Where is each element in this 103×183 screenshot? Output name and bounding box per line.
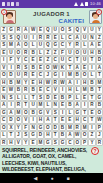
- grid-cell[interactable]: B: [96, 101, 103, 109]
- grid-cell[interactable]: C: [44, 86, 51, 94]
- grid-cell[interactable]: C: [37, 71, 44, 79]
- grid-cell[interactable]: E: [0, 86, 7, 94]
- grid-cell[interactable]: E: [52, 94, 59, 102]
- opponent-name: CAKITEI: [15, 18, 88, 24]
- grid-cell[interactable]: C: [0, 116, 7, 124]
- grid-cell[interactable]: M: [37, 101, 44, 109]
- notification-icon: [2, 2, 5, 6]
- grid-cell[interactable]: B: [29, 49, 36, 57]
- grid-cell[interactable]: H: [44, 131, 51, 139]
- grid-cell[interactable]: B: [15, 86, 22, 94]
- grid-cell[interactable]: G: [52, 71, 59, 79]
- grid-cell[interactable]: S: [22, 64, 29, 72]
- grid-cell[interactable]: R: [22, 86, 29, 94]
- grid-cell[interactable]: Z: [88, 131, 95, 139]
- grid-cell[interactable]: O: [81, 71, 88, 79]
- grid-cell[interactable]: Y: [66, 41, 73, 49]
- signal-icon: [74, 2, 78, 6]
- grid-cell[interactable]: B: [59, 124, 66, 132]
- grid-cell[interactable]: S: [0, 41, 7, 49]
- grid-cell[interactable]: O: [59, 26, 66, 34]
- grid-cell[interactable]: T: [88, 116, 95, 124]
- grid-cell[interactable]: O: [0, 124, 7, 132]
- grid-cell[interactable]: E: [96, 41, 103, 49]
- wifi-icon: [80, 2, 84, 6]
- grid-cell[interactable]: G: [37, 109, 44, 117]
- grid-cell[interactable]: G: [96, 94, 103, 102]
- grid-cell[interactable]: L: [74, 86, 81, 94]
- word-list-line: WILDEBEEST, ELEPHANT, BELUGA,: [2, 166, 101, 172]
- grid-cell[interactable]: A: [74, 101, 81, 109]
- title-block: JUGADOR 1 CAKITEI: [15, 11, 88, 24]
- grid-cell[interactable]: C: [66, 34, 73, 42]
- grid-cell[interactable]: D: [44, 94, 51, 102]
- grid-cell[interactable]: R: [74, 41, 81, 49]
- grid-cell[interactable]: G: [37, 124, 44, 132]
- word-list: ? SQUIRREL, REINDEER, ANCHOVIES, ALLIGAT…: [0, 146, 103, 173]
- recents-button[interactable]: ■: [66, 176, 69, 181]
- grid-cell[interactable]: D: [7, 71, 14, 79]
- grid-cell[interactable]: N: [88, 34, 95, 42]
- grid-cell[interactable]: M: [15, 79, 22, 87]
- avatar-face: [7, 14, 12, 19]
- grid-cell[interactable]: H: [88, 49, 95, 57]
- android-nav-bar: ◀ ● ■: [0, 173, 103, 183]
- grid-cell[interactable]: V: [81, 26, 88, 34]
- grid-cell[interactable]: A: [96, 64, 103, 72]
- word-search-app: 10:46 1 JUGADOR 1 CAKITEI 0 ZGRAWEQUOSQV: [0, 0, 103, 183]
- grid-cell[interactable]: U: [59, 56, 66, 64]
- player1-score-badge: 1: [1, 9, 7, 15]
- grid-cell[interactable]: W: [74, 131, 81, 139]
- grid-cell[interactable]: R: [15, 26, 22, 34]
- grid-cell[interactable]: E: [29, 56, 36, 64]
- grid-cell[interactable]: F: [59, 49, 66, 57]
- grid-cell[interactable]: E: [37, 86, 44, 94]
- grid-cell[interactable]: S: [66, 26, 73, 34]
- grid-cell[interactable]: U: [15, 71, 22, 79]
- grid-cell[interactable]: A: [44, 116, 51, 124]
- grid-cell[interactable]: T: [96, 71, 103, 79]
- grid-cell[interactable]: T: [66, 64, 73, 72]
- grid-cell[interactable]: S: [7, 34, 14, 42]
- grid-cell[interactable]: W: [7, 86, 14, 94]
- notification-icon: [16, 2, 19, 6]
- grid-cell[interactable]: A: [66, 131, 73, 139]
- grid-cell[interactable]: M: [81, 124, 88, 132]
- grid-cell[interactable]: T: [96, 86, 103, 94]
- grid-cell[interactable]: O: [15, 49, 22, 57]
- grid-cell[interactable]: B: [59, 94, 66, 102]
- grid-cell[interactable]: E: [37, 26, 44, 34]
- grid-cell[interactable]: G: [74, 109, 81, 117]
- grid-cell[interactable]: H: [0, 79, 7, 87]
- grid-cell[interactable]: L: [15, 94, 22, 102]
- grid-cell[interactable]: R: [74, 124, 81, 132]
- grid-cell[interactable]: S: [0, 34, 7, 42]
- grid-cell[interactable]: H: [66, 86, 73, 94]
- hint-icon[interactable]: ?: [91, 147, 99, 155]
- grid-cell[interactable]: T: [22, 101, 29, 109]
- grid-cell[interactable]: A: [15, 41, 22, 49]
- grid-cell[interactable]: O: [22, 109, 29, 117]
- grid-cell[interactable]: I: [7, 101, 14, 109]
- grid-cell[interactable]: W: [96, 116, 103, 124]
- grid-cell[interactable]: C: [22, 56, 29, 64]
- grid-cell[interactable]: I: [81, 101, 88, 109]
- grid-cell[interactable]: E: [52, 34, 59, 42]
- grid-cell[interactable]: Z: [44, 49, 51, 57]
- grid-cell[interactable]: R: [0, 139, 7, 147]
- grid-cell[interactable]: L: [81, 41, 88, 49]
- grid-cell[interactable]: L: [22, 94, 29, 102]
- grid-cell[interactable]: U: [88, 26, 95, 34]
- grid-cell[interactable]: B: [96, 49, 103, 57]
- grid-cell[interactable]: O: [74, 49, 81, 57]
- grid-cell[interactable]: M: [37, 139, 44, 147]
- grid-cell[interactable]: G: [0, 109, 7, 117]
- grid-cell[interactable]: E: [0, 49, 7, 57]
- grid-cell[interactable]: T: [29, 94, 36, 102]
- grid-cell[interactable]: M: [15, 109, 22, 117]
- grid-cell[interactable]: I: [59, 71, 66, 79]
- grid-cell[interactable]: S: [37, 94, 44, 102]
- avatar-body: [92, 20, 100, 24]
- grid-cell[interactable]: I: [29, 116, 36, 124]
- grid-cell[interactable]: T: [7, 131, 14, 139]
- grid-cell[interactable]: L: [88, 71, 95, 79]
- grid-cell[interactable]: M: [7, 41, 14, 49]
- grid-cell[interactable]: E: [29, 71, 36, 79]
- grid-cell[interactable]: T: [74, 56, 81, 64]
- grid-cell[interactable]: B: [88, 86, 95, 94]
- grid-cell[interactable]: B: [29, 64, 36, 72]
- grid-cell[interactable]: O: [22, 41, 29, 49]
- player2-score-badge: 0: [96, 9, 102, 15]
- player1-avatar-box[interactable]: 1: [2, 10, 15, 24]
- grid-cell[interactable]: E: [88, 109, 95, 117]
- grid-cell[interactable]: O: [96, 109, 103, 117]
- grid-cell[interactable]: J: [44, 71, 51, 79]
- status-indicators: 10:46: [74, 2, 101, 7]
- grid-cell[interactable]: M: [66, 71, 73, 79]
- grid-cell[interactable]: H: [37, 116, 44, 124]
- grid-cell[interactable]: V: [52, 86, 59, 94]
- grid-cell[interactable]: P: [96, 124, 103, 132]
- status-bar: 10:46: [0, 0, 103, 8]
- grid-cell[interactable]: A: [74, 64, 81, 72]
- grid-cell[interactable]: Y: [88, 139, 95, 147]
- grid-cell[interactable]: V: [0, 64, 7, 72]
- grid-cell[interactable]: R: [15, 64, 22, 72]
- grid-cell[interactable]: Z: [52, 49, 59, 57]
- grid-cell[interactable]: S: [52, 139, 59, 147]
- grid-cell[interactable]: Y: [15, 124, 22, 132]
- grid-cell[interactable]: L: [74, 94, 81, 102]
- grid-cell[interactable]: M: [96, 79, 103, 87]
- grid-cell[interactable]: B: [74, 71, 81, 79]
- grid-cell[interactable]: E: [59, 116, 66, 124]
- grid-cell[interactable]: W: [44, 79, 51, 87]
- grid-cell[interactable]: L: [0, 131, 7, 139]
- grid-cell[interactable]: Z: [44, 56, 51, 64]
- grid-cell[interactable]: I: [59, 86, 66, 94]
- grid-cell[interactable]: U: [81, 34, 88, 42]
- grid-cell[interactable]: L: [29, 41, 36, 49]
- grid-cell[interactable]: W: [59, 79, 66, 87]
- grid-cell[interactable]: I: [0, 56, 7, 64]
- grid-cell[interactable]: R: [22, 49, 29, 57]
- grid-cell[interactable]: Y: [22, 79, 29, 87]
- grid-cell[interactable]: F: [7, 56, 14, 64]
- grid-cell[interactable]: T: [88, 56, 95, 64]
- grid-cell[interactable]: A: [22, 26, 29, 34]
- grid-cell[interactable]: Q: [15, 34, 22, 42]
- grid-cell[interactable]: Y: [96, 26, 103, 34]
- grid-cell[interactable]: U: [22, 34, 29, 42]
- grid-cell[interactable]: B: [7, 79, 14, 87]
- grid-cell[interactable]: U: [81, 56, 88, 64]
- grid-cell[interactable]: B: [59, 131, 66, 139]
- battery-icon: [85, 2, 88, 7]
- grid-cell[interactable]: H: [74, 116, 81, 124]
- grid-cell[interactable]: V: [15, 139, 22, 147]
- grid-cell[interactable]: H: [37, 79, 44, 87]
- notification-icon: [7, 2, 10, 6]
- grid-cell[interactable]: X: [7, 124, 14, 132]
- grid-cell[interactable]: C: [59, 41, 66, 49]
- grid-cell[interactable]: U: [29, 101, 36, 109]
- grid-cell[interactable]: B: [88, 79, 95, 87]
- grid-cell[interactable]: U: [66, 49, 73, 57]
- grid-cell[interactable]: C: [81, 116, 88, 124]
- grid-cell[interactable]: U: [7, 49, 14, 57]
- grid-cell[interactable]: L: [37, 49, 44, 57]
- grid-cell[interactable]: M: [81, 86, 88, 94]
- grid-cell[interactable]: T: [52, 131, 59, 139]
- grid-cell[interactable]: I: [74, 79, 81, 87]
- home-button[interactable]: ●: [50, 176, 53, 181]
- notification-icon: [11, 2, 14, 6]
- grid-cell[interactable]: G: [7, 26, 14, 34]
- grid-cell[interactable]: I: [88, 124, 95, 132]
- grid-cell[interactable]: S: [7, 94, 14, 102]
- grid-cell[interactable]: O: [15, 116, 22, 124]
- grid-cell[interactable]: Q: [44, 41, 51, 49]
- grid-cell[interactable]: E: [29, 139, 36, 147]
- grid-cell[interactable]: I: [29, 34, 36, 42]
- grid-cell[interactable]: E: [37, 56, 44, 64]
- grid-cell[interactable]: Z: [96, 34, 103, 42]
- grid-cell[interactable]: U: [37, 41, 44, 49]
- grid-cell[interactable]: Y: [22, 139, 29, 147]
- grid-cell[interactable]: T: [52, 116, 59, 124]
- grid-cell[interactable]: T: [88, 94, 95, 102]
- avatar-body: [6, 20, 14, 24]
- grid-cell[interactable]: W: [52, 64, 59, 72]
- grid-cell[interactable]: C: [52, 56, 59, 64]
- player2-avatar-box[interactable]: 0: [88, 10, 101, 24]
- grid-cell[interactable]: E: [29, 79, 36, 87]
- grid-cell[interactable]: U: [81, 49, 88, 57]
- grid-cell[interactable]: O: [44, 124, 51, 132]
- grid-cell[interactable]: I: [59, 109, 66, 117]
- grid-cell[interactable]: K: [59, 64, 66, 72]
- grid-cell[interactable]: C: [66, 56, 73, 64]
- back-button[interactable]: ◀: [34, 176, 38, 181]
- grid-cell[interactable]: E: [66, 116, 73, 124]
- grid-cell[interactable]: I: [7, 64, 14, 72]
- grid-cell[interactable]: R: [52, 79, 59, 87]
- grid-cell[interactable]: T: [81, 109, 88, 117]
- grid-cell[interactable]: O: [74, 139, 81, 147]
- grid-cell[interactable]: Q: [44, 26, 51, 34]
- clock-text: 10:46: [90, 2, 101, 6]
- grid-cell[interactable]: I: [88, 64, 95, 72]
- grid-cell[interactable]: U: [52, 26, 59, 34]
- grid-cell[interactable]: F: [22, 124, 29, 132]
- grid-cell[interactable]: J: [96, 131, 103, 139]
- grid-cell[interactable]: Y: [15, 56, 22, 64]
- grid-cell[interactable]: Z: [0, 26, 7, 34]
- grid-cell[interactable]: L: [59, 34, 66, 42]
- grid-cell[interactable]: D: [52, 124, 59, 132]
- grid-cell[interactable]: C: [66, 139, 73, 147]
- grid-cell[interactable]: V: [22, 116, 29, 124]
- grid-cell[interactable]: L: [44, 101, 51, 109]
- player-title: JUGADOR 1: [15, 11, 88, 18]
- grid-cell[interactable]: H: [81, 79, 88, 87]
- grid-cell[interactable]: A: [88, 41, 95, 49]
- grid-cell[interactable]: B: [66, 101, 73, 109]
- grid-cell[interactable]: P: [66, 94, 73, 102]
- grid-cell[interactable]: E: [81, 94, 88, 102]
- grid-cell[interactable]: M: [66, 124, 73, 132]
- grid-cell[interactable]: O: [0, 71, 7, 79]
- grid-cell[interactable]: B: [29, 86, 36, 94]
- grid-cell[interactable]: S: [52, 109, 59, 117]
- game-header: 1 JUGADOR 1 CAKITEI 0: [0, 8, 103, 26]
- grid-cell[interactable]: D: [7, 116, 14, 124]
- grid-cell[interactable]: G: [29, 131, 36, 139]
- grid-cell[interactable]: G: [52, 41, 59, 49]
- grid-cell[interactable]: W: [29, 26, 36, 34]
- notification-icons: [2, 2, 19, 6]
- grid-cell[interactable]: R: [44, 34, 51, 42]
- grid-cell[interactable]: G: [59, 139, 66, 147]
- grid-cell[interactable]: R: [96, 139, 103, 147]
- grid-cell[interactable]: A: [74, 34, 81, 42]
- grid-cell[interactable]: A: [0, 101, 7, 109]
- grid-cell[interactable]: G: [44, 139, 51, 147]
- grid-cell[interactable]: O: [81, 131, 88, 139]
- grid-cell[interactable]: A: [66, 79, 73, 87]
- grid-cell[interactable]: N: [0, 94, 7, 102]
- grid-cell[interactable]: L: [66, 109, 73, 117]
- grid-cell[interactable]: N: [29, 124, 36, 132]
- grid-cell[interactable]: O: [44, 64, 51, 72]
- grid-cell[interactable]: A: [7, 109, 14, 117]
- letter-grid[interactable]: ZGRAWEQUOSQVUYSSQUIRRELCAUNZSMAOLUQGCYRL…: [0, 26, 103, 146]
- grid-cell[interactable]: V: [44, 109, 51, 117]
- grid-cell[interactable]: S: [22, 131, 29, 139]
- grid-cell[interactable]: R: [22, 71, 29, 79]
- grid-cell[interactable]: J: [15, 131, 22, 139]
- grid-cell[interactable]: N: [52, 101, 59, 109]
- grid-cell[interactable]: P: [81, 139, 88, 147]
- grid-cell[interactable]: R: [37, 34, 44, 42]
- grid-cell[interactable]: D: [96, 56, 103, 64]
- grid-cell[interactable]: Q: [74, 26, 81, 34]
- grid-cell[interactable]: R: [88, 101, 95, 109]
- grid-cell[interactable]: H: [7, 139, 14, 147]
- grid-cell[interactable]: B: [29, 109, 36, 117]
- grid-cell[interactable]: E: [37, 64, 44, 72]
- grid-cell[interactable]: D: [37, 131, 44, 139]
- grid-cell[interactable]: E: [59, 101, 66, 109]
- grid-cell[interactable]: R: [15, 101, 22, 109]
- grid-cell[interactable]: E: [81, 64, 88, 72]
